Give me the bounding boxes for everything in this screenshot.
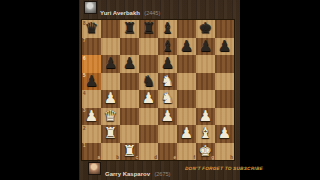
square-c4[interactable] bbox=[120, 90, 139, 108]
square-f6[interactable] bbox=[177, 55, 196, 73]
top-player-rating: (2445) bbox=[144, 10, 160, 16]
piece-black-rook: ♜ bbox=[120, 20, 139, 38]
piece-white-pawn: ♟ bbox=[177, 125, 196, 143]
square-h3[interactable] bbox=[215, 108, 234, 126]
square-f4[interactable] bbox=[177, 90, 196, 108]
square-b3[interactable]: ♛ bbox=[101, 108, 120, 126]
square-f8[interactable] bbox=[177, 20, 196, 38]
square-e3[interactable]: ♟ bbox=[158, 108, 177, 126]
square-c2[interactable] bbox=[120, 125, 139, 143]
piece-black-rook: ♜ bbox=[139, 20, 158, 38]
piece-black-pawn: ♟ bbox=[177, 38, 196, 56]
square-d3[interactable] bbox=[139, 108, 158, 126]
square-e7[interactable]: ♝ bbox=[158, 38, 177, 56]
rank-label-5: 5 bbox=[83, 73, 86, 78]
thumbnail-canvas: { "game": "chess", "position": { "fen": … bbox=[0, 0, 320, 180]
square-d2[interactable] bbox=[139, 125, 158, 143]
piece-black-pawn: ♟ bbox=[158, 55, 177, 73]
square-h1[interactable]: h bbox=[215, 143, 234, 161]
square-d6[interactable] bbox=[139, 55, 158, 73]
chess-board: 8♛♜♜♝♚7♝♟♟♟6♟♟♟5♟♞♞4♟♟♞3♟♛♟♟2♜♟♝♟1abc♜de… bbox=[82, 20, 234, 160]
piece-white-bishop: ♝ bbox=[196, 125, 215, 143]
square-b5[interactable] bbox=[101, 73, 120, 91]
square-e5[interactable]: ♞ bbox=[158, 73, 177, 91]
square-b8[interactable] bbox=[101, 20, 120, 38]
piece-white-pawn: ♟ bbox=[196, 108, 215, 126]
rank-label-2: 2 bbox=[83, 126, 86, 131]
square-e6[interactable]: ♟ bbox=[158, 55, 177, 73]
piece-black-pawn: ♟ bbox=[101, 55, 120, 73]
square-d4[interactable]: ♟ bbox=[139, 90, 158, 108]
rank-label-8: 8 bbox=[83, 21, 86, 26]
bottom-player-rating: (2675) bbox=[154, 171, 170, 177]
top-player-avatar bbox=[84, 1, 97, 14]
square-h5[interactable] bbox=[215, 73, 234, 91]
square-h4[interactable] bbox=[215, 90, 234, 108]
square-c7[interactable] bbox=[120, 38, 139, 56]
square-g3[interactable]: ♟ bbox=[196, 108, 215, 126]
square-a6[interactable]: 6 bbox=[82, 55, 101, 73]
file-label-g: g bbox=[211, 155, 214, 160]
square-e1[interactable]: e bbox=[158, 143, 177, 161]
square-a8[interactable]: 8♛ bbox=[82, 20, 101, 38]
square-h6[interactable] bbox=[215, 55, 234, 73]
file-label-b: b bbox=[116, 155, 119, 160]
bottom-player-name: Garry Kasparov bbox=[105, 171, 150, 177]
square-b7[interactable] bbox=[101, 38, 120, 56]
piece-black-bishop: ♝ bbox=[158, 38, 177, 56]
square-g8[interactable]: ♚ bbox=[196, 20, 215, 38]
piece-black-king: ♚ bbox=[196, 20, 215, 38]
square-g5[interactable] bbox=[196, 73, 215, 91]
piece-black-bishop: ♝ bbox=[158, 20, 177, 38]
piece-black-pawn: ♟ bbox=[120, 55, 139, 73]
square-g6[interactable] bbox=[196, 55, 215, 73]
square-e2[interactable] bbox=[158, 125, 177, 143]
piece-white-knight: ♞ bbox=[158, 90, 177, 108]
square-f2[interactable]: ♟ bbox=[177, 125, 196, 143]
rank-label-7: 7 bbox=[83, 38, 86, 43]
square-d7[interactable] bbox=[139, 38, 158, 56]
bottom-player-avatar bbox=[88, 162, 101, 175]
file-label-h: h bbox=[230, 155, 233, 160]
piece-white-rook: ♜ bbox=[101, 125, 120, 143]
square-d8[interactable]: ♜ bbox=[139, 20, 158, 38]
square-e4[interactable]: ♞ bbox=[158, 90, 177, 108]
piece-black-pawn: ♟ bbox=[215, 38, 234, 56]
bottom-player-bar: Garry Kasparov (2675) ♟♞ bbox=[88, 162, 170, 180]
rank-label-3: 3 bbox=[83, 108, 86, 113]
square-g7[interactable]: ♟ bbox=[196, 38, 215, 56]
square-a2[interactable]: 2 bbox=[82, 125, 101, 143]
square-c1[interactable]: c♜ bbox=[120, 143, 139, 161]
file-label-f: f bbox=[194, 155, 196, 160]
square-c5[interactable] bbox=[120, 73, 139, 91]
square-g2[interactable]: ♝ bbox=[196, 125, 215, 143]
square-a4[interactable]: 4 bbox=[82, 90, 101, 108]
square-e8[interactable]: ♝ bbox=[158, 20, 177, 38]
piece-white-pawn: ♟ bbox=[101, 90, 120, 108]
file-label-e: e bbox=[173, 155, 176, 160]
piece-white-queen: ♛ bbox=[101, 108, 120, 126]
square-h2[interactable]: ♟ bbox=[215, 125, 234, 143]
square-d5[interactable]: ♞ bbox=[139, 73, 158, 91]
square-c3[interactable] bbox=[120, 108, 139, 126]
square-a5[interactable]: 5♟ bbox=[82, 73, 101, 91]
square-h7[interactable]: ♟ bbox=[215, 38, 234, 56]
square-c6[interactable]: ♟ bbox=[120, 55, 139, 73]
square-a3[interactable]: 3♟ bbox=[82, 108, 101, 126]
piece-white-knight: ♞ bbox=[158, 73, 177, 91]
square-f7[interactable]: ♟ bbox=[177, 38, 196, 56]
file-label-d: d bbox=[154, 155, 157, 160]
square-b1[interactable]: b bbox=[101, 143, 120, 161]
square-b6[interactable]: ♟ bbox=[101, 55, 120, 73]
square-b4[interactable]: ♟ bbox=[101, 90, 120, 108]
rank-label-6: 6 bbox=[83, 56, 86, 61]
square-f3[interactable] bbox=[177, 108, 196, 126]
square-h8[interactable] bbox=[215, 20, 234, 38]
rank-label-4: 4 bbox=[83, 91, 86, 96]
square-d1[interactable]: d bbox=[139, 143, 158, 161]
file-label-c: c bbox=[135, 155, 138, 160]
square-b2[interactable]: ♜ bbox=[101, 125, 120, 143]
piece-black-pawn: ♟ bbox=[196, 38, 215, 56]
square-c8[interactable]: ♜ bbox=[120, 20, 139, 38]
square-g1[interactable]: g♚ bbox=[196, 143, 215, 161]
subscribe-call-to-action: Don't forget to subscribe bbox=[185, 166, 237, 172]
piece-white-pawn: ♟ bbox=[158, 108, 177, 126]
top-player-name-line: Yuri Averbakh (2445) bbox=[100, 1, 160, 19]
square-f1[interactable]: f bbox=[177, 143, 196, 161]
square-a1[interactable]: 1a bbox=[82, 143, 101, 161]
top-player-name: Yuri Averbakh bbox=[100, 10, 140, 16]
rank-label-1: 1 bbox=[83, 143, 86, 148]
bottom-player-name-line: Garry Kasparov (2675) bbox=[105, 162, 170, 180]
square-f5[interactable] bbox=[177, 73, 196, 91]
piece-white-pawn: ♟ bbox=[139, 90, 158, 108]
file-label-a: a bbox=[97, 155, 100, 160]
square-g4[interactable] bbox=[196, 90, 215, 108]
square-a7[interactable]: 7 bbox=[82, 38, 101, 56]
piece-white-pawn: ♟ bbox=[215, 125, 234, 143]
piece-black-knight: ♞ bbox=[139, 73, 158, 91]
